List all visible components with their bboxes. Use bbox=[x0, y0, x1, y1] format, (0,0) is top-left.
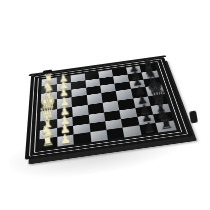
square bbox=[74, 132, 91, 144]
square bbox=[106, 128, 124, 140]
piece-black-pawn: ♟ bbox=[142, 120, 155, 134]
chess-board-playfield: ♜♟♟♜♞♟♟♞♝♟♟♝♚♟♟♚♛♟♟♛♝♟♟♝♞♟♟♞♜♟♟♜ bbox=[39, 64, 177, 150]
square: ♜ bbox=[39, 137, 57, 149]
square bbox=[105, 119, 123, 130]
piece-white-rook: ♜ bbox=[40, 133, 55, 149]
product-photo: ♜♟♟♜♞♟♟♞♝♟♟♝♚♟♟♚♛♟♟♛♝♟♟♝♞♟♟♞♜♟♟♜ bbox=[0, 0, 210, 210]
clasp-latch-icon bbox=[189, 110, 198, 123]
piece-white-pawn: ♟ bbox=[58, 132, 71, 146]
square: ♟ bbox=[57, 135, 74, 147]
square bbox=[73, 123, 90, 134]
square bbox=[123, 126, 142, 138]
square bbox=[90, 130, 108, 142]
square: ♜ bbox=[156, 121, 177, 133]
piece-black-rook: ♜ bbox=[159, 116, 174, 132]
